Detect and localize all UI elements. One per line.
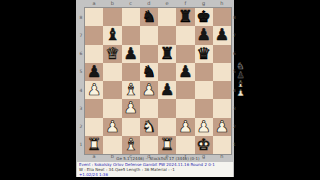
square-a7[interactable] xyxy=(85,26,103,44)
square-c4[interactable]: ♝ xyxy=(122,81,140,99)
white-pawn[interactable]: ♟ xyxy=(178,118,192,134)
coord-label: e xyxy=(158,1,176,6)
square-a6[interactable] xyxy=(85,45,103,63)
square-c1[interactable]: ♝ xyxy=(122,136,140,154)
square-g7[interactable]: ♟ xyxy=(195,26,213,44)
square-g4[interactable] xyxy=(195,81,213,99)
square-b6[interactable]: ♛ xyxy=(103,45,121,63)
square-c2[interactable] xyxy=(122,118,140,136)
square-f7[interactable] xyxy=(176,26,194,44)
coord-label: f xyxy=(176,1,194,6)
white-rook[interactable]: ♜ xyxy=(160,136,174,152)
square-g1[interactable]: ♚ xyxy=(195,136,213,154)
square-e2[interactable] xyxy=(158,118,176,136)
coord-label: 7 xyxy=(78,26,84,44)
square-e3[interactable] xyxy=(158,99,176,117)
square-a5[interactable]: ♟ xyxy=(85,63,103,81)
black-pawn[interactable]: ♟ xyxy=(123,45,137,61)
square-c5[interactable] xyxy=(122,63,140,81)
square-b5[interactable] xyxy=(103,63,121,81)
coord-label: g xyxy=(195,1,213,6)
square-g3[interactable] xyxy=(195,99,213,117)
square-g8[interactable]: ♚ xyxy=(195,8,213,26)
square-g6[interactable]: ♛ xyxy=(195,45,213,63)
coord-label: 1 xyxy=(78,136,84,154)
white-bishop[interactable]: ♝ xyxy=(123,136,137,152)
black-pawn[interactable]: ♟ xyxy=(178,63,192,79)
black-pawn[interactable]: ♟ xyxy=(196,27,210,43)
square-b8[interactable] xyxy=(103,8,121,26)
square-d7[interactable] xyxy=(140,26,158,44)
square-h7[interactable]: ♟ xyxy=(213,26,231,44)
square-b3[interactable] xyxy=(103,99,121,117)
black-pawn[interactable]: ♟ xyxy=(215,27,229,43)
coord-label: 5 xyxy=(78,63,84,81)
engine-match-line: Ge 5.1 (2446) -- Stockfish 17 (3446) (0-… xyxy=(85,157,231,161)
white-knight[interactable]: ♞ xyxy=(142,118,156,134)
game-info-box: Event : Sokolsky Orlov Defense Gambit PW… xyxy=(77,162,233,177)
square-d8[interactable]: ♞ xyxy=(140,8,158,26)
square-c6[interactable]: ♟ xyxy=(122,45,140,63)
file-labels-top: abcdefgh xyxy=(85,1,231,6)
white-pawn[interactable]: ♟ xyxy=(87,82,101,98)
square-g2[interactable]: ♟ xyxy=(195,118,213,136)
square-b7[interactable]: ♝ xyxy=(103,26,121,44)
rank-labels-left: 87654321 xyxy=(78,8,84,154)
coord-label: 7 xyxy=(232,26,238,44)
coord-label: 3 xyxy=(232,99,238,117)
square-f8[interactable]: ♜ xyxy=(176,8,194,26)
coord-label: 2 xyxy=(78,118,84,136)
white-king[interactable]: ♚ xyxy=(196,136,210,152)
coord-label: c xyxy=(122,1,140,6)
square-b2[interactable]: ♟ xyxy=(103,118,121,136)
square-h2[interactable]: ♟ xyxy=(213,118,231,136)
white-pawn[interactable]: ♟ xyxy=(215,118,229,134)
white-rook[interactable]: ♜ xyxy=(87,136,101,152)
black-rook[interactable]: ♜ xyxy=(178,9,192,25)
square-h5[interactable] xyxy=(213,63,231,81)
square-e8[interactable] xyxy=(158,8,176,26)
black-knight[interactable]: ♞ xyxy=(142,9,156,25)
square-f4[interactable] xyxy=(176,81,194,99)
square-a1[interactable]: ♜ xyxy=(85,136,103,154)
coord-label: h xyxy=(213,1,231,6)
square-f6[interactable] xyxy=(176,45,194,63)
square-h4[interactable] xyxy=(213,81,231,99)
coord-label: 2 xyxy=(232,118,238,136)
square-e1[interactable]: ♜ xyxy=(158,136,176,154)
square-d1[interactable] xyxy=(140,136,158,154)
square-c7[interactable] xyxy=(122,26,140,44)
black-queen[interactable]: ♛ xyxy=(196,45,210,61)
square-f1[interactable] xyxy=(176,136,194,154)
coord-label: 3 xyxy=(78,99,84,117)
coord-label: 6 xyxy=(78,45,84,63)
white-pawn[interactable]: ♟ xyxy=(123,100,137,116)
coord-label: 8 xyxy=(232,8,238,26)
square-a8[interactable] xyxy=(85,8,103,26)
square-h6[interactable] xyxy=(213,45,231,63)
black-pawn[interactable]: ♟ xyxy=(87,63,101,79)
black-rook[interactable]: ♜ xyxy=(160,45,174,61)
white-queen[interactable]: ♛ xyxy=(105,45,119,61)
black-pawn[interactable]: ♟ xyxy=(160,82,174,98)
square-h1[interactable] xyxy=(213,136,231,154)
square-b4[interactable] xyxy=(103,81,121,99)
square-f5[interactable]: ♟ xyxy=(176,63,194,81)
coord-label: 4 xyxy=(78,81,84,99)
square-d3[interactable] xyxy=(140,99,158,117)
square-d5[interactable]: ♞ xyxy=(140,63,158,81)
square-g5[interactable] xyxy=(195,63,213,81)
white-bishop[interactable]: ♝ xyxy=(123,82,137,98)
square-e7[interactable] xyxy=(158,26,176,44)
coord-label: 1 xyxy=(232,136,238,154)
white-pawn[interactable]: ♟ xyxy=(196,118,210,134)
coord-label: d xyxy=(140,1,158,6)
square-c3[interactable]: ♟ xyxy=(122,99,140,117)
square-e6[interactable]: ♜ xyxy=(158,45,176,63)
square-a4[interactable]: ♟ xyxy=(85,81,103,99)
square-f2[interactable]: ♟ xyxy=(176,118,194,136)
eval-line[interactable]: +1.02/24 1:36 xyxy=(79,173,231,177)
square-d2[interactable]: ♞ xyxy=(140,118,158,136)
square-e5[interactable] xyxy=(158,63,176,81)
black-knight[interactable]: ♞ xyxy=(142,63,156,79)
square-b1[interactable] xyxy=(103,136,121,154)
square-a2[interactable] xyxy=(85,118,103,136)
coord-label: 8 xyxy=(78,8,84,26)
video-frame: abcdefgh abcdefgh 87654321 87654321 ♞♜♚♝… xyxy=(0,0,320,180)
square-d6[interactable] xyxy=(140,45,158,63)
material-tray: ♞♟♝♟ xyxy=(234,62,247,98)
square-h8[interactable] xyxy=(213,8,231,26)
coord-label: b xyxy=(103,1,121,6)
black-king[interactable]: ♚ xyxy=(196,9,210,25)
square-f3[interactable] xyxy=(176,99,194,117)
square-e4[interactable]: ♟ xyxy=(158,81,176,99)
square-h3[interactable] xyxy=(213,99,231,117)
coord-label: a xyxy=(85,1,103,6)
square-a3[interactable] xyxy=(85,99,103,117)
square-c8[interactable] xyxy=(122,8,140,26)
square-d4[interactable]: ♟ xyxy=(140,81,158,99)
chess-board: ♞♜♚♝♟♟♛♟♜♛♟♞♟♟♝♟♟♟♟♞♟♟♟♜♝♜♚ xyxy=(85,8,231,154)
black-bishop[interactable]: ♝ xyxy=(105,27,119,43)
white-pawn[interactable]: ♟ xyxy=(142,82,156,98)
white-pawn[interactable]: ♟ xyxy=(105,118,119,134)
coord-label: 6 xyxy=(232,45,238,63)
white-pawn-icon: ♟ xyxy=(236,89,244,98)
